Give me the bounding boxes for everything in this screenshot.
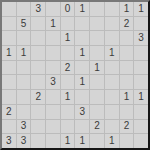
cell-r3c3[interactable] bbox=[31, 31, 45, 45]
cell-r5c3[interactable] bbox=[31, 61, 45, 75]
cell-r6c4-clue-3: 3 bbox=[46, 75, 60, 89]
cell-r5c7-clue-1: 1 bbox=[90, 61, 104, 75]
cell-r7c4[interactable] bbox=[46, 90, 60, 104]
cell-r9c1[interactable] bbox=[2, 120, 16, 134]
cell-r4c3[interactable] bbox=[31, 46, 45, 60]
cell-r8c10[interactable] bbox=[134, 105, 148, 119]
puzzle-board-frame: 30111512131111213121112332233111 bbox=[0, 0, 150, 150]
cell-r9c5[interactable] bbox=[61, 120, 75, 134]
cell-r8c1-clue-2: 2 bbox=[2, 105, 16, 119]
cell-r7c7[interactable] bbox=[90, 90, 104, 104]
cell-r6c9[interactable] bbox=[120, 75, 134, 89]
cell-r5c5-clue-2: 2 bbox=[61, 61, 75, 75]
cell-r8c4[interactable] bbox=[46, 105, 60, 119]
cell-r10c3[interactable] bbox=[31, 134, 45, 148]
cell-r6c6-clue-1: 1 bbox=[75, 75, 89, 89]
cell-r6c3[interactable] bbox=[31, 75, 45, 89]
cell-r8c5[interactable] bbox=[61, 105, 75, 119]
cell-r9c7-clue-2: 2 bbox=[90, 120, 104, 134]
cell-r3c4[interactable] bbox=[46, 31, 60, 45]
cell-r2c5[interactable] bbox=[61, 17, 75, 31]
cell-r7c1[interactable] bbox=[2, 90, 16, 104]
cell-r4c2-clue-1: 1 bbox=[17, 46, 31, 60]
cell-r10c1-clue-3: 3 bbox=[2, 134, 16, 148]
cell-r10c7[interactable] bbox=[90, 134, 104, 148]
cell-r1c5-clue-0: 0 bbox=[61, 2, 75, 16]
cell-r9c8[interactable] bbox=[105, 120, 119, 134]
cell-r7c9-clue-1: 1 bbox=[120, 90, 134, 104]
cell-r5c1[interactable] bbox=[2, 61, 16, 75]
cell-r7c10-clue-1: 1 bbox=[134, 90, 148, 104]
cell-r6c1[interactable] bbox=[2, 75, 16, 89]
cell-r6c5[interactable] bbox=[61, 75, 75, 89]
cell-r9c6[interactable] bbox=[75, 120, 89, 134]
cell-r9c9-clue-2: 2 bbox=[120, 120, 134, 134]
cell-r6c2[interactable] bbox=[17, 75, 31, 89]
cell-r10c9[interactable] bbox=[120, 134, 134, 148]
cell-r1c9-clue-1: 1 bbox=[120, 2, 134, 16]
cell-r8c9[interactable] bbox=[120, 105, 134, 119]
cell-r2c9-clue-2: 2 bbox=[120, 17, 134, 31]
cell-r3c7[interactable] bbox=[90, 31, 104, 45]
cell-r5c8[interactable] bbox=[105, 61, 119, 75]
cell-r10c6-clue-1: 1 bbox=[75, 134, 89, 148]
cell-r1c1[interactable] bbox=[2, 2, 16, 16]
cell-r9c3[interactable] bbox=[31, 120, 45, 134]
cell-r2c8[interactable] bbox=[105, 17, 119, 31]
cell-r1c6-clue-1: 1 bbox=[75, 2, 89, 16]
cell-r10c4[interactable] bbox=[46, 134, 60, 148]
cell-r2c10[interactable] bbox=[134, 17, 148, 31]
cell-r3c9[interactable] bbox=[120, 31, 134, 45]
cell-r9c4[interactable] bbox=[46, 120, 60, 134]
cell-r7c3-clue-2: 2 bbox=[31, 90, 45, 104]
cell-r3c10-clue-3: 3 bbox=[134, 31, 148, 45]
cell-r4c9[interactable] bbox=[120, 46, 134, 60]
cell-r2c7[interactable] bbox=[90, 17, 104, 31]
cell-r2c3[interactable] bbox=[31, 17, 45, 31]
cell-r10c5-clue-1: 1 bbox=[61, 134, 75, 148]
cell-r1c7[interactable] bbox=[90, 2, 104, 16]
cell-r9c10[interactable] bbox=[134, 120, 148, 134]
cell-r4c7[interactable] bbox=[90, 46, 104, 60]
cell-r2c2-clue-5: 5 bbox=[17, 17, 31, 31]
cell-r6c7[interactable] bbox=[90, 75, 104, 89]
cell-r8c3[interactable] bbox=[31, 105, 45, 119]
cell-r1c10-clue-1: 1 bbox=[134, 2, 148, 16]
cell-r2c1[interactable] bbox=[2, 17, 16, 31]
cell-r4c10[interactable] bbox=[134, 46, 148, 60]
cell-r9c2-clue-3: 3 bbox=[17, 120, 31, 134]
cell-r4c8-clue-1: 1 bbox=[105, 46, 119, 60]
cell-r1c3-clue-3: 3 bbox=[31, 2, 45, 16]
cell-r3c6[interactable] bbox=[75, 31, 89, 45]
cell-r4c1-clue-1: 1 bbox=[2, 46, 16, 60]
cell-r5c2[interactable] bbox=[17, 61, 31, 75]
cell-r8c6-clue-3: 3 bbox=[75, 105, 89, 119]
cell-r2c6[interactable] bbox=[75, 17, 89, 31]
cell-r2c4-clue-1: 1 bbox=[46, 17, 60, 31]
cell-r8c7[interactable] bbox=[90, 105, 104, 119]
cell-r5c10[interactable] bbox=[134, 61, 148, 75]
cell-r5c4[interactable] bbox=[46, 61, 60, 75]
cell-r1c2[interactable] bbox=[17, 2, 31, 16]
cell-r1c8[interactable] bbox=[105, 2, 119, 16]
puzzle-grid: 30111512131111213121112332233111 bbox=[2, 2, 148, 148]
cell-r7c8[interactable] bbox=[105, 90, 119, 104]
cell-r6c10[interactable] bbox=[134, 75, 148, 89]
cell-r10c2-clue-3: 3 bbox=[17, 134, 31, 148]
cell-r10c10[interactable] bbox=[134, 134, 148, 148]
cell-r3c1[interactable] bbox=[2, 31, 16, 45]
cell-r6c8[interactable] bbox=[105, 75, 119, 89]
cell-r5c9[interactable] bbox=[120, 61, 134, 75]
cell-r7c2[interactable] bbox=[17, 90, 31, 104]
cell-r3c8[interactable] bbox=[105, 31, 119, 45]
cell-r7c6[interactable] bbox=[75, 90, 89, 104]
cell-r3c5-clue-1: 1 bbox=[61, 31, 75, 45]
cell-r5c6[interactable] bbox=[75, 61, 89, 75]
cell-r3c2[interactable] bbox=[17, 31, 31, 45]
cell-r4c4[interactable] bbox=[46, 46, 60, 60]
cell-r10c8-clue-1: 1 bbox=[105, 134, 119, 148]
cell-r1c4[interactable] bbox=[46, 2, 60, 16]
cell-r4c5[interactable] bbox=[61, 46, 75, 60]
cell-r4c6-clue-1: 1 bbox=[75, 46, 89, 60]
cell-r8c2[interactable] bbox=[17, 105, 31, 119]
cell-r7c5-clue-1: 1 bbox=[61, 90, 75, 104]
cell-r8c8[interactable] bbox=[105, 105, 119, 119]
